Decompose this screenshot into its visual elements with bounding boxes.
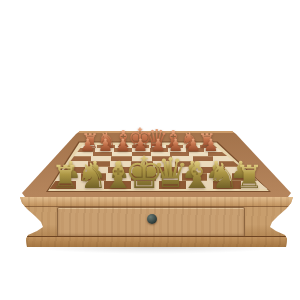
piece-copper-pawn: ♟ xyxy=(98,137,113,154)
chess-set-photo: ♜♞♝♚♛♝♞♜♟♟♟♟♟♟♟♟♟♟♟♟♟♟♟♟♜♞♝♚♛♝♞♜ xyxy=(0,0,300,300)
piece-copper-pawn: ♟ xyxy=(80,137,95,154)
chess-pieces: ♜♞♝♚♛♝♞♜♟♟♟♟♟♟♟♟♟♟♟♟♟♟♟♟♜♞♝♚♛♝♞♜ xyxy=(0,0,300,300)
piece-copper-pawn: ♟ xyxy=(203,137,218,154)
piece-brass-rook: ♜ xyxy=(235,161,264,193)
